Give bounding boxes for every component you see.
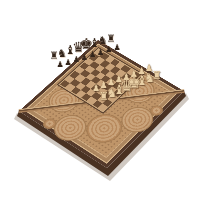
chess-board	[19, 40, 184, 168]
chess-piece-black-rook: ♜	[107, 34, 116, 44]
chess-piece-black-bishop: ♝	[65, 44, 76, 56]
chess-piece-black-pawn: ♟	[56, 61, 63, 69]
chess-piece-black-knight: ♞	[57, 48, 67, 59]
chess-piece-black-rook: ♜	[50, 51, 59, 61]
chess-set-photo: ♜♞♝♛♚♝♞♜♟♟♟♟♟♟♟♟♟♟♟♟♟♟♟♟♜♞♝♛♚♝♞♜	[0, 0, 200, 200]
